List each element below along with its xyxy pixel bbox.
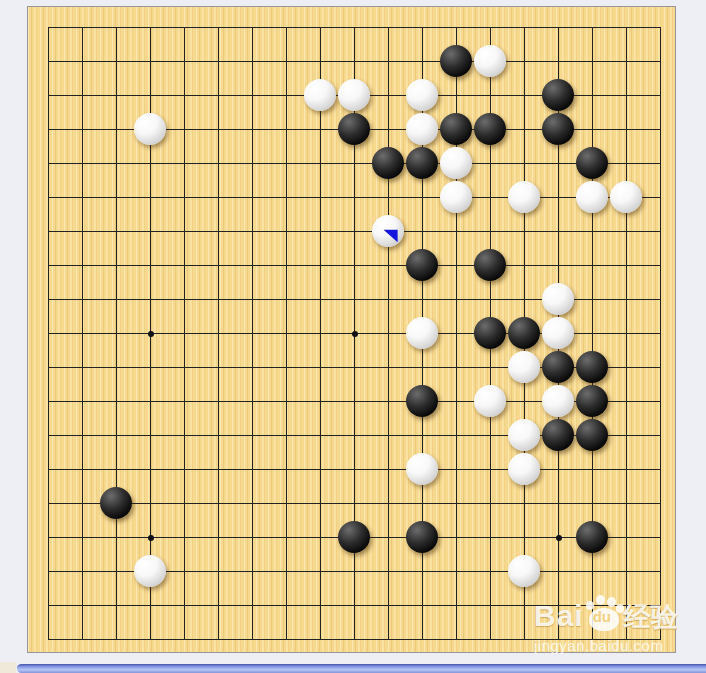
black-stone[interactable] bbox=[406, 249, 438, 281]
white-stone[interactable] bbox=[406, 79, 438, 111]
white-stone[interactable] bbox=[338, 79, 370, 111]
black-stone[interactable] bbox=[474, 113, 506, 145]
star-point bbox=[352, 331, 358, 337]
screen: Baidu经验 jingyan.baidu.com bbox=[0, 0, 706, 673]
black-stone[interactable] bbox=[542, 419, 574, 451]
white-stone[interactable] bbox=[304, 79, 336, 111]
black-stone[interactable] bbox=[576, 521, 608, 553]
grid-line-horizontal bbox=[48, 469, 661, 470]
black-stone[interactable] bbox=[542, 351, 574, 383]
white-stone[interactable] bbox=[440, 147, 472, 179]
window-bottom-bar[interactable] bbox=[17, 664, 706, 673]
white-stone[interactable] bbox=[508, 453, 540, 485]
white-stone[interactable] bbox=[134, 555, 166, 587]
black-stone[interactable] bbox=[100, 487, 132, 519]
white-stone[interactable] bbox=[134, 113, 166, 145]
grid-line-vertical bbox=[388, 27, 389, 640]
black-stone[interactable] bbox=[542, 79, 574, 111]
black-stone[interactable] bbox=[474, 249, 506, 281]
black-stone[interactable] bbox=[440, 113, 472, 145]
black-stone[interactable] bbox=[542, 113, 574, 145]
grid-line-horizontal bbox=[48, 503, 661, 504]
black-stone[interactable] bbox=[440, 45, 472, 77]
white-stone[interactable] bbox=[440, 181, 472, 213]
star-point bbox=[148, 535, 154, 541]
go-board[interactable] bbox=[27, 6, 676, 653]
black-stone[interactable] bbox=[576, 419, 608, 451]
black-stone[interactable] bbox=[338, 521, 370, 553]
grid-line-horizontal bbox=[48, 605, 661, 606]
white-stone[interactable] bbox=[610, 181, 642, 213]
black-stone[interactable] bbox=[372, 147, 404, 179]
black-stone[interactable] bbox=[576, 147, 608, 179]
black-stone[interactable] bbox=[508, 317, 540, 349]
white-stone[interactable] bbox=[508, 351, 540, 383]
white-stone[interactable] bbox=[474, 45, 506, 77]
white-stone[interactable] bbox=[372, 215, 404, 247]
black-stone[interactable] bbox=[406, 147, 438, 179]
white-stone[interactable] bbox=[406, 453, 438, 485]
white-stone[interactable] bbox=[542, 283, 574, 315]
black-stone[interactable] bbox=[406, 385, 438, 417]
black-stone[interactable] bbox=[338, 113, 370, 145]
white-stone[interactable] bbox=[474, 385, 506, 417]
grid-line-vertical bbox=[660, 27, 661, 640]
white-stone[interactable] bbox=[542, 317, 574, 349]
black-stone[interactable] bbox=[576, 385, 608, 417]
black-stone[interactable] bbox=[576, 351, 608, 383]
white-stone[interactable] bbox=[406, 317, 438, 349]
grid-line-vertical bbox=[626, 27, 627, 640]
white-stone[interactable] bbox=[576, 181, 608, 213]
black-stone[interactable] bbox=[474, 317, 506, 349]
white-stone[interactable] bbox=[406, 113, 438, 145]
bottom-left-corner-fragment bbox=[0, 662, 16, 673]
grid-line-horizontal bbox=[48, 639, 661, 640]
white-stone[interactable] bbox=[542, 385, 574, 417]
star-point bbox=[556, 535, 562, 541]
white-stone[interactable] bbox=[508, 555, 540, 587]
white-stone[interactable] bbox=[508, 419, 540, 451]
black-stone[interactable] bbox=[406, 521, 438, 553]
star-point bbox=[148, 331, 154, 337]
last-move-marker bbox=[372, 215, 404, 247]
white-stone[interactable] bbox=[508, 181, 540, 213]
